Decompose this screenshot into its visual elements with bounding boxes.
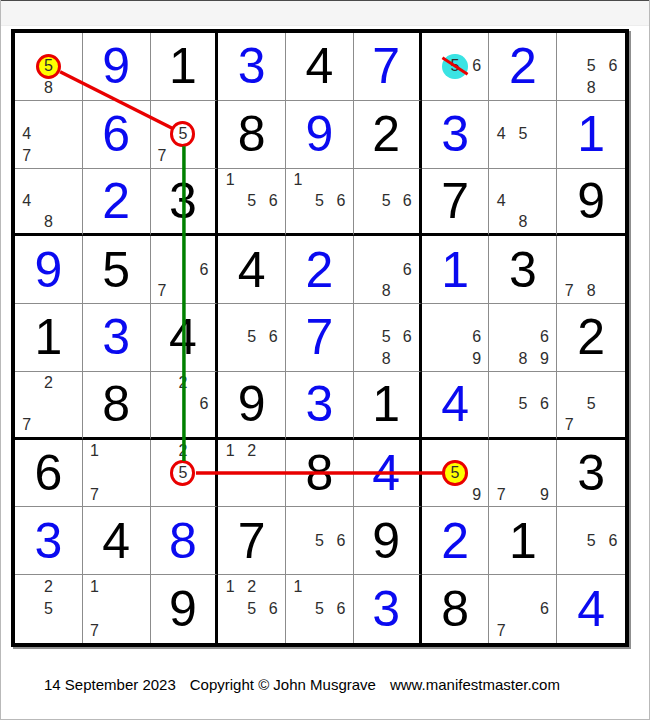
- candidate-8: 8: [512, 211, 534, 232]
- candidate-1: 1: [287, 576, 309, 598]
- candidate-2: 2: [38, 576, 60, 598]
- cell-r1c5[interactable]: 4: [286, 33, 354, 101]
- pencil-marks: 12: [219, 441, 284, 506]
- pencil-marks: 59: [423, 441, 488, 506]
- candidate-1: 1: [287, 170, 309, 191]
- candidate-7: 7: [558, 281, 580, 303]
- given-digit: 5: [83, 236, 150, 303]
- cell-r4c4[interactable]: 4: [218, 236, 286, 304]
- top-band: [1, 0, 649, 26]
- cell-r5c5[interactable]: 7: [286, 304, 354, 372]
- candidate-4: 4: [490, 190, 512, 211]
- cell-r9c6[interactable]: 3: [354, 575, 422, 643]
- given-digit: 6: [15, 440, 82, 507]
- cell-r4c1[interactable]: 9: [15, 236, 83, 304]
- candidate-5: 5: [309, 530, 331, 552]
- candidate-9: 9: [466, 484, 488, 506]
- given-digit: 4: [286, 33, 353, 100]
- cell-r7c6[interactable]: 4: [354, 440, 422, 508]
- cell-r8c2[interactable]: 4: [83, 507, 151, 575]
- solved-digit: 3: [218, 33, 285, 100]
- candidate-6: 6: [397, 327, 418, 349]
- candidate-5-elim-circle: 5: [442, 54, 468, 80]
- candidate-6: 6: [534, 598, 556, 620]
- pencil-marks: 17: [84, 576, 149, 642]
- cell-r4c2[interactable]: 5: [83, 236, 151, 304]
- given-digit: 8: [422, 575, 489, 643]
- cell-r3c2[interactable]: 2: [83, 169, 151, 237]
- candidate-2: 2: [172, 441, 193, 463]
- pencil-marks: 56: [558, 508, 624, 573]
- cell-r7c2[interactable]: 17: [83, 440, 151, 508]
- given-digit: 8: [83, 372, 150, 437]
- cell-r5c4[interactable]: 56: [218, 304, 286, 372]
- given-digit: 9: [218, 372, 285, 437]
- candidate-7: 7: [16, 415, 38, 436]
- given-digit: 1: [354, 372, 419, 437]
- pencil-marks: 79: [490, 441, 555, 506]
- candidate-6: 6: [397, 259, 418, 281]
- candidate-5: 5: [376, 190, 397, 211]
- candidate-6: 6: [397, 190, 418, 211]
- cell-r9c2[interactable]: 17: [83, 575, 151, 643]
- candidate-5: 5: [241, 190, 263, 211]
- candidate-9: 9: [534, 348, 556, 370]
- pencil-marks: 156: [219, 170, 284, 233]
- candidate-4: 4: [16, 190, 38, 211]
- candidate-6: 6: [602, 530, 624, 552]
- footer: 14 September 2023 Copyright © John Musgr…: [44, 675, 560, 695]
- candidate-5: 5: [580, 530, 602, 552]
- candidate-2: 2: [241, 576, 263, 598]
- candidate-5: 5: [376, 327, 397, 349]
- candidate-7: 7: [152, 145, 173, 167]
- cell-r2c5[interactable]: 9: [286, 101, 354, 169]
- cell-r9c4[interactable]: 1256: [218, 575, 286, 643]
- given-digit: 3: [489, 236, 556, 303]
- candidate-9: 9: [534, 484, 556, 506]
- solved-digit: 1: [557, 101, 625, 168]
- given-digit: 8: [218, 101, 285, 168]
- pencil-marks: 1256: [219, 576, 284, 642]
- sudoku-page: 5891347562568476578923451482315615656748…: [0, 0, 650, 720]
- solved-digit: 4: [422, 372, 489, 437]
- candidate-6: 6: [193, 259, 214, 281]
- given-digit: 2: [354, 101, 419, 168]
- given-digit: 7: [422, 169, 489, 234]
- cell-r7c8[interactable]: 79: [489, 440, 557, 508]
- candidate-6: 6: [330, 530, 352, 552]
- cell-r2c9[interactable]: 1: [557, 101, 625, 169]
- candidate-4: 4: [490, 123, 512, 145]
- solved-digit: 2: [286, 236, 353, 303]
- pencil-marks: 48: [16, 170, 81, 233]
- pencil-marks: 58: [16, 34, 81, 99]
- candidate-8: 8: [512, 348, 534, 370]
- candidate-5: 5: [580, 394, 602, 415]
- candidate-5: 5: [309, 190, 331, 211]
- cell-r9c8[interactable]: 67: [489, 575, 557, 643]
- footer-date: 14 September 2023: [44, 675, 176, 695]
- cell-r6c4[interactable]: 9: [218, 372, 286, 440]
- candidate-1: 1: [219, 576, 241, 598]
- cell-r9c5[interactable]: 156: [286, 575, 354, 643]
- cell-r1c2[interactable]: 9: [83, 33, 151, 101]
- given-digit: 3: [557, 440, 625, 507]
- cell-r1c4[interactable]: 3: [218, 33, 286, 101]
- cell-r1c6[interactable]: 7: [354, 33, 422, 101]
- candidate-7: 7: [16, 145, 38, 167]
- cell-r5c8[interactable]: 689: [489, 304, 557, 372]
- sudoku-board: 5891347562568476578923451482315615656748…: [11, 29, 629, 647]
- candidate-8: 8: [376, 348, 397, 370]
- cell-r2c1[interactable]: 47: [15, 101, 83, 169]
- solved-digit: 3: [83, 304, 150, 371]
- candidate-6: 6: [466, 56, 488, 78]
- cell-r3c6[interactable]: 56: [354, 169, 422, 237]
- candidate-2: 2: [172, 373, 193, 394]
- candidate-1: 1: [219, 441, 241, 463]
- cell-r3c3[interactable]: 3: [151, 169, 219, 237]
- solved-digit: 2: [489, 33, 556, 100]
- cell-r8c5[interactable]: 56: [286, 507, 354, 575]
- cell-r4c6[interactable]: 68: [354, 236, 422, 304]
- cell-r2c7[interactable]: 3: [422, 101, 490, 169]
- candidate-5: 5: [512, 123, 534, 145]
- pencil-marks: 56: [287, 508, 352, 573]
- cell-r6c7[interactable]: 4: [422, 372, 490, 440]
- candidate-6: 6: [602, 56, 624, 78]
- pencil-marks: 56: [219, 305, 284, 370]
- candidate-8: 8: [580, 77, 602, 99]
- footer-copyright: Copyright © John Musgrave: [190, 675, 376, 695]
- candidate-7: 7: [558, 415, 580, 436]
- candidate-5-ring-circle: 5: [170, 121, 195, 147]
- cell-r6c8[interactable]: 56: [489, 372, 557, 440]
- candidate-5-ring-circle: 5: [170, 460, 195, 486]
- candidate-6: 6: [263, 327, 285, 349]
- candidate-7: 7: [84, 484, 106, 506]
- candidate-8: 8: [38, 77, 60, 99]
- cell-r2c3[interactable]: 57: [151, 101, 219, 169]
- pencil-marks: 57: [558, 373, 624, 436]
- cell-r2c8[interactable]: 45: [489, 101, 557, 169]
- candidate-2: 2: [38, 373, 60, 394]
- solved-digit: 3: [286, 372, 353, 437]
- pencil-marks: 48: [490, 170, 555, 233]
- pencil-marks: 67: [490, 576, 555, 642]
- cell-r2c2[interactable]: 6: [83, 101, 151, 169]
- cell-r7c7[interactable]: 59: [422, 440, 490, 508]
- cell-r7c4[interactable]: 12: [218, 440, 286, 508]
- cell-r3c4[interactable]: 156: [218, 169, 286, 237]
- solved-digit: 3: [15, 507, 82, 574]
- cell-r4c8[interactable]: 3: [489, 236, 557, 304]
- given-digit: 1: [151, 33, 216, 100]
- pencil-marks: 26: [152, 373, 215, 436]
- candidate-2: 2: [241, 441, 263, 463]
- given-digit: 1: [489, 507, 556, 574]
- cell-r1c1[interactable]: 58: [15, 33, 83, 101]
- solved-digit: 8: [151, 507, 216, 574]
- pencil-marks: 568: [558, 34, 624, 99]
- solved-digit: 7: [286, 304, 353, 371]
- solved-digit: 1: [422, 236, 489, 303]
- solved-digit: 2: [422, 507, 489, 574]
- pencil-marks: 156: [287, 170, 352, 233]
- solved-digit: 4: [354, 440, 419, 507]
- cell-r2c4[interactable]: 8: [218, 101, 286, 169]
- candidate-5: 5: [38, 598, 60, 620]
- cell-r1c8[interactable]: 2: [489, 33, 557, 101]
- pencil-marks: 57: [152, 102, 215, 167]
- cell-r5c9[interactable]: 2: [557, 304, 625, 372]
- pencil-marks: 67: [152, 237, 215, 302]
- candidate-1: 1: [84, 576, 106, 598]
- candidate-7: 7: [490, 484, 512, 506]
- cell-r4c5[interactable]: 2: [286, 236, 354, 304]
- solved-digit: 9: [15, 236, 82, 303]
- candidate-8: 8: [580, 281, 602, 303]
- candidate-7: 7: [84, 620, 106, 642]
- cell-r6c9[interactable]: 57: [557, 372, 625, 440]
- candidate-6: 6: [466, 327, 488, 349]
- pencil-marks: 78: [558, 237, 624, 302]
- candidate-6: 6: [263, 598, 285, 620]
- given-digit: 8: [286, 440, 353, 507]
- candidate-8: 8: [38, 211, 60, 232]
- cell-r9c1[interactable]: 25: [15, 575, 83, 643]
- cell-r5c3[interactable]: 4: [151, 304, 219, 372]
- pencil-marks: 68: [355, 237, 418, 302]
- solved-digit: 4: [557, 575, 625, 643]
- cell-r8c4[interactable]: 7: [218, 507, 286, 575]
- solved-digit: 7: [354, 33, 419, 100]
- given-digit: 4: [151, 304, 216, 371]
- cell-r8c8[interactable]: 1: [489, 507, 557, 575]
- cell-r7c5[interactable]: 8: [286, 440, 354, 508]
- solved-digit: 9: [83, 33, 150, 100]
- solved-digit: 9: [286, 101, 353, 168]
- candidate-5: 5: [241, 327, 263, 349]
- pencil-marks: 56: [423, 34, 488, 99]
- candidate-8: 8: [376, 281, 397, 303]
- cell-r9c3[interactable]: 9: [151, 575, 219, 643]
- cell-r8c7[interactable]: 2: [422, 507, 490, 575]
- candidate-5: 5: [580, 56, 602, 78]
- given-digit: 4: [218, 236, 285, 303]
- cell-r8c6[interactable]: 9: [354, 507, 422, 575]
- cell-r3c5[interactable]: 156: [286, 169, 354, 237]
- solved-digit: 3: [422, 101, 489, 168]
- pencil-marks: 156: [287, 576, 352, 642]
- candidate-4: 4: [16, 123, 38, 145]
- given-digit: 9: [151, 575, 216, 643]
- candidate-6: 6: [263, 190, 285, 211]
- candidate-6: 6: [330, 598, 352, 620]
- solved-digit: 3: [354, 575, 419, 643]
- cell-r6c3[interactable]: 26: [151, 372, 219, 440]
- given-digit: 1: [15, 304, 82, 371]
- cell-r6c1[interactable]: 27: [15, 372, 83, 440]
- candidate-7: 7: [490, 620, 512, 642]
- cell-r5c6[interactable]: 568: [354, 304, 422, 372]
- pencil-marks: 47: [16, 102, 81, 167]
- cell-r2c6[interactable]: 2: [354, 101, 422, 169]
- cell-r3c1[interactable]: 48: [15, 169, 83, 237]
- cell-r3c9[interactable]: 9: [557, 169, 625, 237]
- cell-r3c8[interactable]: 48: [489, 169, 557, 237]
- candidate-1: 1: [219, 170, 241, 191]
- pencil-marks: 25: [16, 576, 81, 642]
- candidate-5-yellow-circle: 5: [36, 54, 62, 80]
- cell-r1c3[interactable]: 1: [151, 33, 219, 101]
- cell-r4c7[interactable]: 1: [422, 236, 490, 304]
- cell-r6c6[interactable]: 1: [354, 372, 422, 440]
- pencil-marks: 17: [84, 441, 149, 506]
- candidate-6: 6: [534, 394, 556, 415]
- given-digit: 9: [557, 169, 625, 234]
- pencil-marks: 69: [423, 305, 488, 370]
- candidate-5: 5: [241, 598, 263, 620]
- cell-r5c1[interactable]: 1: [15, 304, 83, 372]
- cell-r9c7[interactable]: 8: [422, 575, 490, 643]
- given-digit: 3: [151, 169, 216, 234]
- cell-r8c9[interactable]: 56: [557, 507, 625, 575]
- pencil-marks: 56: [490, 373, 555, 436]
- candidate-1: 1: [84, 441, 106, 463]
- cell-r4c9[interactable]: 78: [557, 236, 625, 304]
- cell-r5c2[interactable]: 3: [83, 304, 151, 372]
- pencil-marks: 27: [16, 373, 81, 436]
- given-digit: 7: [218, 507, 285, 574]
- given-digit: 9: [354, 507, 419, 574]
- candidate-7: 7: [152, 281, 173, 303]
- footer-website[interactable]: www.manifestmaster.com: [390, 675, 560, 695]
- candidate-5: 5: [309, 598, 331, 620]
- cell-r5c7[interactable]: 69: [422, 304, 490, 372]
- pencil-marks: 45: [490, 102, 555, 167]
- pencil-marks: 25: [152, 441, 215, 506]
- cell-r7c9[interactable]: 3: [557, 440, 625, 508]
- cell-r9c9[interactable]: 4: [557, 575, 625, 643]
- cell-r7c3[interactable]: 25: [151, 440, 219, 508]
- given-digit: 2: [557, 304, 625, 371]
- cell-r8c1[interactable]: 3: [15, 507, 83, 575]
- cell-r1c9[interactable]: 568: [557, 33, 625, 101]
- pencil-marks: 56: [355, 170, 418, 233]
- solved-digit: 6: [83, 101, 150, 168]
- cell-r1c7[interactable]: 56: [422, 33, 490, 101]
- pencil-marks: 689: [490, 305, 555, 370]
- cell-r7c1[interactable]: 6: [15, 440, 83, 508]
- cell-r6c2[interactable]: 8: [83, 372, 151, 440]
- solved-digit: 2: [83, 169, 150, 234]
- candidate-6: 6: [534, 327, 556, 349]
- given-digit: 4: [83, 507, 150, 574]
- cell-r4c3[interactable]: 67: [151, 236, 219, 304]
- candidate-6: 6: [330, 190, 352, 211]
- candidate-5: 5: [512, 394, 534, 415]
- cell-r3c7[interactable]: 7: [422, 169, 490, 237]
- cell-r6c5[interactable]: 3: [286, 372, 354, 440]
- cell-r8c3[interactable]: 8: [151, 507, 219, 575]
- candidate-5-yellow-circle: 5: [442, 460, 468, 486]
- candidate-6: 6: [193, 394, 214, 415]
- candidate-9: 9: [466, 348, 488, 370]
- pencil-marks: 568: [355, 305, 418, 370]
